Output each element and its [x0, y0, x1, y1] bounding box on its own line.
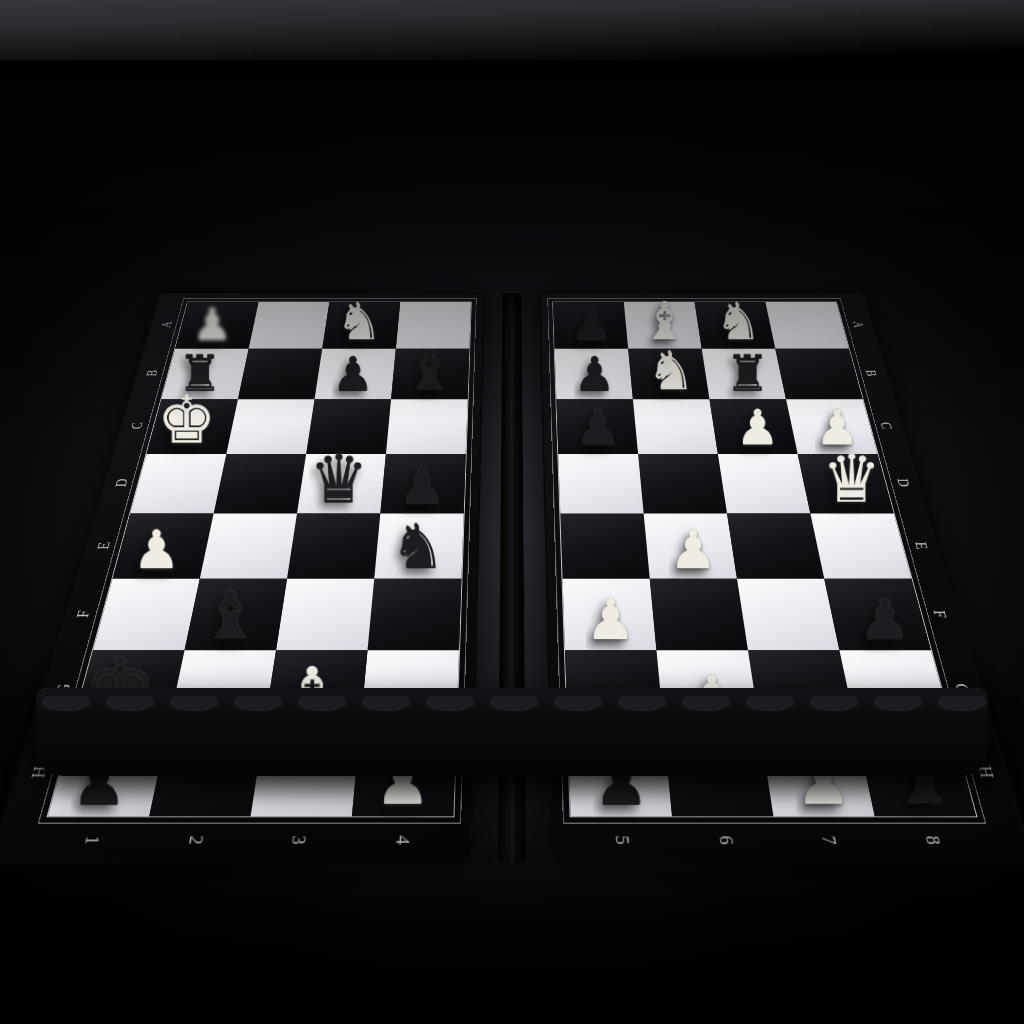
square-b2 — [238, 349, 322, 399]
piece-white-king-c1: ♚ — [157, 386, 216, 452]
square-f2: ♝ — [185, 579, 287, 650]
board-half-left: ABCDEFGH♟♞♜♟♝♚♛♟♟♞♝♚♝♟♟1234 — [0, 293, 483, 862]
file-label-e: E — [94, 542, 113, 550]
square-e4: ♞ — [374, 514, 463, 579]
square-e8 — [810, 514, 911, 579]
square-b7: ♜ — [702, 349, 786, 399]
piece-black-bishop-b4: ♝ — [405, 343, 454, 398]
square-d3: ♛ — [297, 454, 386, 514]
rank-label-2: 2 — [185, 835, 207, 844]
square-d2 — [214, 454, 306, 514]
square-a7: ♞ — [695, 302, 776, 349]
square-c1: ♚ — [146, 399, 237, 454]
square-d4: ♟ — [380, 454, 465, 514]
square-b8 — [775, 349, 862, 399]
piece-white-pawn-c7: ♟ — [736, 404, 780, 453]
square-e6: ♟ — [644, 514, 737, 579]
file-label-d: D — [894, 479, 912, 487]
rank-label-3: 3 — [288, 835, 309, 844]
square-e2 — [200, 514, 297, 579]
rank-label-4: 4 — [392, 835, 412, 844]
file-label-f: F — [931, 610, 950, 618]
chess-set-scene: ABCDEFGH♟♞♜♟♝♚♛♟♟♞♝♚♝♟♟1234ABCDEFGH♟♝♞♟♞… — [52, 118, 972, 998]
piece-black-pawn-b5: ♟ — [574, 351, 616, 398]
rank-label-6: 6 — [715, 835, 736, 844]
piece-white-pawn-e6: ♟ — [669, 524, 717, 577]
square-d5 — [558, 454, 643, 514]
piece-black-pawn-d4: ♟ — [399, 461, 445, 512]
piece-black-bishop-f2: ♝ — [201, 583, 260, 648]
file-label-c: C — [878, 422, 895, 429]
square-f6 — [650, 579, 748, 650]
piece-white-pawn-e1: ♟ — [133, 524, 181, 577]
square-e7 — [727, 514, 824, 579]
piece-white-pawn-a1: ♟ — [192, 303, 232, 348]
square-b3: ♟ — [315, 349, 396, 399]
square-f3 — [276, 579, 374, 650]
fold-hinge — [498, 293, 526, 862]
file-label-d: D — [112, 479, 130, 487]
square-f4 — [368, 579, 462, 650]
piece-black-queen-d3: ♛ — [309, 446, 368, 512]
square-c5: ♟ — [556, 399, 638, 454]
square-f5: ♟ — [563, 579, 657, 650]
board-half-right: ABCDEFGH♟♝♞♟♞♜♟♟♟♛♟♟♟♟♟♟♝5678 — [541, 293, 1024, 862]
square-a8 — [765, 302, 848, 349]
square-a3: ♞ — [322, 302, 400, 349]
file-label-c: C — [129, 422, 146, 429]
file-label-f: F — [74, 610, 93, 618]
piece-white-knight-a3: ♞ — [336, 296, 382, 348]
rank-label-8: 8 — [921, 835, 943, 844]
square-a2 — [249, 302, 330, 349]
square-e3 — [287, 514, 380, 579]
square-a1: ♟ — [175, 302, 258, 349]
file-label-a: A — [158, 321, 174, 328]
square-e5 — [560, 514, 649, 579]
square-f7 — [737, 579, 839, 650]
square-d1 — [130, 454, 226, 514]
square-e1: ♟ — [113, 514, 214, 579]
piece-black-rook-b7: ♜ — [725, 348, 769, 398]
rank-label-1: 1 — [81, 835, 103, 844]
square-c6 — [633, 399, 718, 454]
file-label-e: E — [912, 542, 931, 550]
square-c7: ♟ — [709, 399, 797, 454]
rank-label-strip-left: 1234 — [34, 817, 454, 862]
square-b5: ♟ — [555, 349, 633, 399]
rank-label-5: 5 — [612, 835, 632, 844]
piece-white-knight-a7: ♞ — [715, 296, 761, 348]
square-d6 — [638, 454, 727, 514]
rank-label-strip-right: 5678 — [570, 817, 990, 862]
square-b6: ♞ — [628, 349, 709, 399]
piece-black-pawn-a5: ♟ — [571, 303, 611, 348]
square-a5: ♟ — [553, 302, 628, 349]
square-f1 — [93, 579, 200, 650]
square-d7 — [718, 454, 810, 514]
square-f8: ♟ — [824, 579, 931, 650]
piece-black-knight-e4: ♞ — [390, 516, 445, 577]
case-front-edge — [36, 688, 988, 776]
square-c2 — [226, 399, 314, 454]
rank-label-7: 7 — [818, 835, 840, 844]
piece-black-pawn-b3: ♟ — [332, 351, 374, 398]
piece-white-pawn-f5: ♟ — [586, 592, 636, 648]
file-label-b: B — [864, 370, 880, 376]
file-label-a: A — [850, 321, 866, 328]
piece-black-pawn-f8: ♟ — [860, 592, 910, 648]
piece-white-knight-b6: ♞ — [647, 344, 695, 398]
square-b4: ♝ — [391, 349, 469, 399]
folding-chess-board: ABCDEFGH♟♞♜♟♝♚♛♟♟♞♝♚♝♟♟1234ABCDEFGH♟♝♞♟♞… — [0, 293, 1024, 862]
file-label-b: B — [144, 370, 160, 376]
square-d8: ♛ — [798, 454, 894, 514]
piece-black-pawn-c5: ♟ — [576, 404, 620, 453]
square-c4 — [386, 399, 468, 454]
piece-white-queen-d8: ♛ — [822, 446, 881, 512]
